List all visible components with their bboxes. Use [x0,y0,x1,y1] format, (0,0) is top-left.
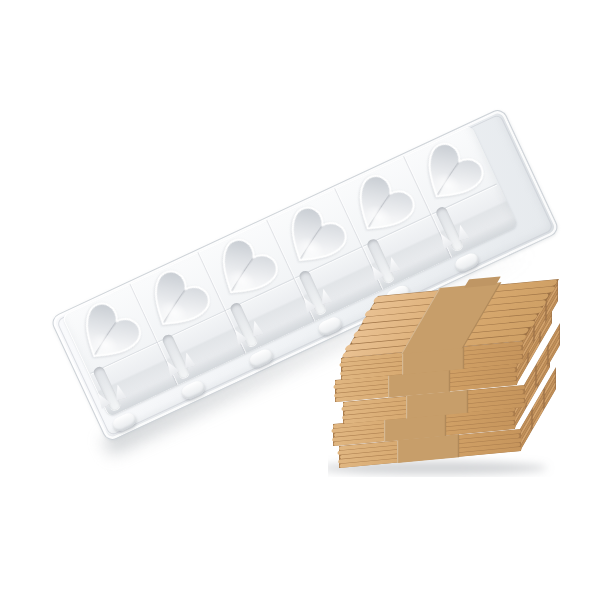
stick-bundles-stack [328,272,568,477]
product-photo-stage [0,0,600,600]
